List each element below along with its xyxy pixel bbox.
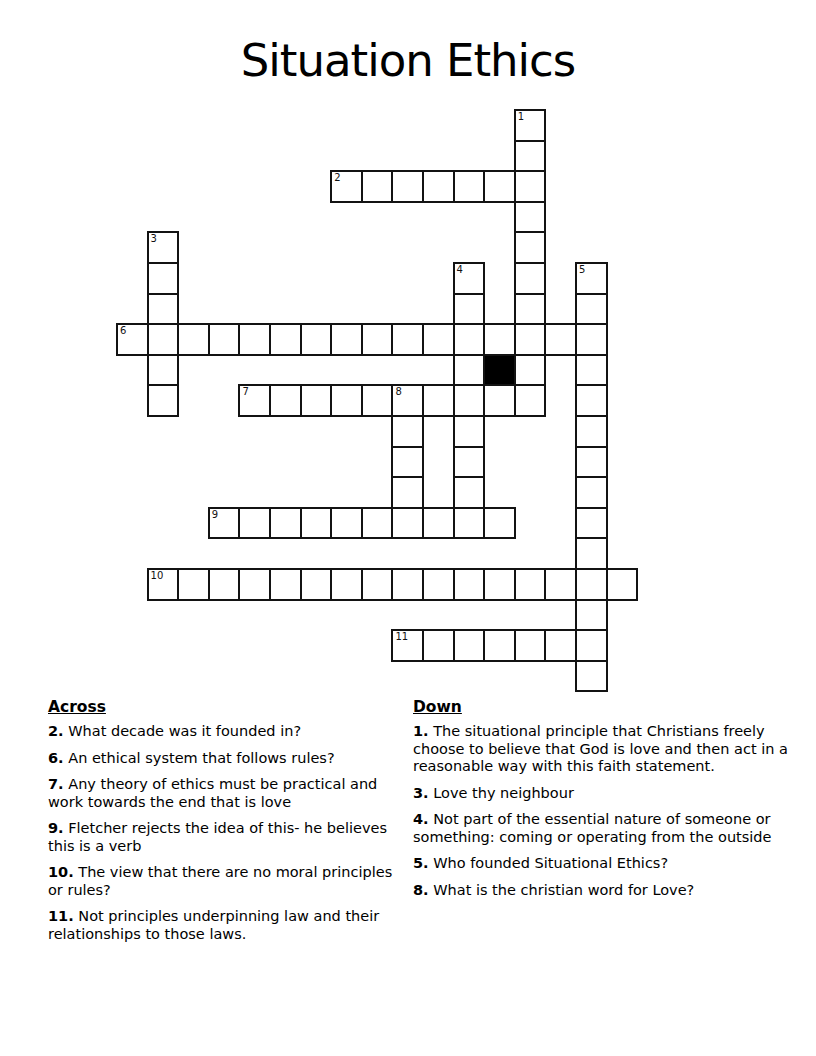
grid-cell[interactable] [361,507,394,540]
grid-cell[interactable] [483,170,516,203]
crossword-grid: 1234567891011 [117,110,639,694]
clue-1: 1. The situational principle that Christ… [413,723,801,776]
grid-cell[interactable] [238,507,271,540]
clue-11: 11. Not principles underpinning law and … [48,908,410,943]
grid-cell[interactable] [575,537,608,570]
grid-cell[interactable]: 9 [208,507,241,540]
clue-number-5: 5 [579,264,585,276]
grid-cell[interactable] [483,384,516,417]
grid-cell[interactable] [300,384,333,417]
grid-cell[interactable] [300,568,333,601]
clue-number-1: 1 [518,111,524,123]
grid-cell[interactable]: 11 [391,629,424,662]
grid-cell[interactable] [361,568,394,601]
grid-cell[interactable] [330,568,363,601]
clue-number-6: 6 [120,325,126,337]
clue-number-8: 8 [395,386,401,398]
grid-cell[interactable] [238,323,271,356]
across-clue-list: 2. What decade was it founded in?6. An e… [48,723,410,943]
grid-cell[interactable] [453,384,486,417]
grid-cell[interactable] [391,446,424,479]
grid-cell[interactable] [575,384,608,417]
clue-number-9: 9 [212,509,218,521]
grid-cell[interactable] [575,446,608,479]
clue-list-number: 2. [48,723,64,739]
grid-cell[interactable] [453,568,486,601]
clue-number-10: 10 [151,570,164,582]
grid-cell[interactable] [544,568,577,601]
grid-cell[interactable] [575,568,608,601]
grid-cell[interactable] [483,629,516,662]
clue-9: 9. Fletcher rejects the idea of this- he… [48,820,410,855]
grid-cell[interactable] [514,293,547,326]
grid-cell[interactable]: 10 [147,568,180,601]
grid-cell[interactable] [147,354,180,387]
grid-cell[interactable] [453,354,486,387]
grid-cell[interactable] [514,323,547,356]
down-header: Down [413,698,801,716]
grid-cell[interactable] [330,507,363,540]
grid-cell[interactable] [453,446,486,479]
clue-number-3: 3 [151,233,157,245]
grid-cell[interactable] [575,415,608,448]
clue-6: 6. An ethical system that follows rules? [48,750,410,768]
grid-cell[interactable]: 7 [238,384,271,417]
clue-list-number: 7. [48,776,64,792]
grid-cell[interactable] [330,384,363,417]
grid-cell[interactable] [147,323,180,356]
grid-cell[interactable] [147,384,180,417]
grid-cell[interactable] [453,323,486,356]
grid-cell[interactable] [453,507,486,540]
grid-cell[interactable] [391,415,424,448]
grid-cell[interactable] [483,507,516,540]
clue-number-4: 4 [457,264,463,276]
clue-list-number: 5. [413,855,429,871]
grid-cell[interactable] [391,476,424,509]
grid-cell[interactable] [606,568,639,601]
clue-number-2: 2 [334,172,340,184]
grid-cell[interactable] [575,354,608,387]
grid-cell[interactable] [483,568,516,601]
clue-5: 5. Who founded Situational Ethics? [413,855,801,873]
clue-list-number: 6. [48,750,64,766]
grid-cell[interactable]: 1 [514,109,547,142]
grid-cell[interactable] [453,476,486,509]
grid-cell[interactable] [269,568,302,601]
grid-cell[interactable] [208,323,241,356]
grid-cell[interactable] [514,140,547,173]
grid-cell[interactable] [422,170,455,203]
page-title: Situation Ethics [0,36,816,86]
clue-list-number: 4. [413,811,429,827]
grid-cell[interactable]: 4 [453,262,486,295]
grid-cell[interactable] [177,323,210,356]
grid-cell[interactable] [422,323,455,356]
black-cell [483,354,516,387]
grid-cell[interactable] [514,170,547,203]
clue-number-7: 7 [242,386,248,398]
grid-cell[interactable] [300,323,333,356]
grid-cell[interactable] [514,201,547,234]
grid-cell[interactable] [238,568,271,601]
clue-number-11: 11 [395,631,408,643]
grid-cell[interactable] [483,323,516,356]
grid-cell[interactable] [208,568,241,601]
clue-7: 7. Any theory of ethics must be practica… [48,776,410,811]
clue-4: 4. Not part of the essential nature of s… [413,811,801,846]
grid-cell[interactable] [269,384,302,417]
clue-8: 8. What is the christian word for Love? [413,882,801,900]
grid-cell[interactable]: 5 [575,262,608,295]
grid-cell[interactable]: 6 [116,323,149,356]
grid-cell[interactable] [575,293,608,326]
grid-cell[interactable] [514,384,547,417]
grid-cell[interactable] [361,323,394,356]
down-clue-list: 1. The situational principle that Christ… [413,723,801,899]
grid-cell[interactable] [575,599,608,632]
grid-cell[interactable] [300,507,333,540]
grid-cell[interactable] [422,384,455,417]
grid-cell[interactable] [575,476,608,509]
clue-3: 3. Love thy neighbour [413,785,801,803]
grid-cell[interactable] [575,660,608,693]
grid-cell[interactable] [575,323,608,356]
grid-cell[interactable] [514,629,547,662]
grid-cell[interactable]: 3 [147,231,180,264]
grid-cell[interactable]: 2 [330,170,363,203]
grid-cell[interactable] [361,384,394,417]
grid-cell[interactable] [361,170,394,203]
clue-list-number: 10. [48,864,74,880]
grid-cell[interactable] [514,354,547,387]
down-clues-section: Down 1. The situational principle that C… [413,698,801,908]
clue-2: 2. What decade was it founded in? [48,723,410,741]
clue-10: 10. The view that there are no moral pri… [48,864,410,899]
across-clues-section: Across 2. What decade was it founded in?… [48,698,410,952]
across-header: Across [48,698,410,716]
grid-cell[interactable] [575,629,608,662]
grid-cell[interactable] [177,568,210,601]
clue-list-number: 8. [413,882,429,898]
grid-cell[interactable] [422,507,455,540]
grid-cell[interactable] [422,568,455,601]
clue-list-number: 1. [413,723,429,739]
grid-cell[interactable] [391,507,424,540]
grid-cell[interactable] [391,323,424,356]
grid-cell[interactable] [269,507,302,540]
grid-cell[interactable] [330,323,363,356]
grid-cell[interactable] [147,262,180,295]
grid-cell[interactable] [147,293,180,326]
grid-cell[interactable] [514,262,547,295]
grid-cell[interactable]: 8 [391,384,424,417]
grid-cell[interactable] [453,629,486,662]
clue-list-number: 9. [48,820,64,836]
grid-cell[interactable] [544,323,577,356]
clue-list-number: 3. [413,785,429,801]
grid-cell[interactable] [269,323,302,356]
grid-cell[interactable] [514,568,547,601]
grid-cell[interactable] [453,170,486,203]
grid-cell[interactable] [422,629,455,662]
grid-cell[interactable] [391,170,424,203]
worksheet-page: Situation Ethics 1234567891011 Across 2.… [0,0,816,1056]
grid-cell[interactable] [453,293,486,326]
clue-list-number: 11. [48,908,74,924]
grid-cell[interactable] [544,629,577,662]
grid-cell[interactable] [514,231,547,264]
grid-cell[interactable] [391,568,424,601]
grid-cell[interactable] [453,415,486,448]
grid-cell[interactable] [575,507,608,540]
